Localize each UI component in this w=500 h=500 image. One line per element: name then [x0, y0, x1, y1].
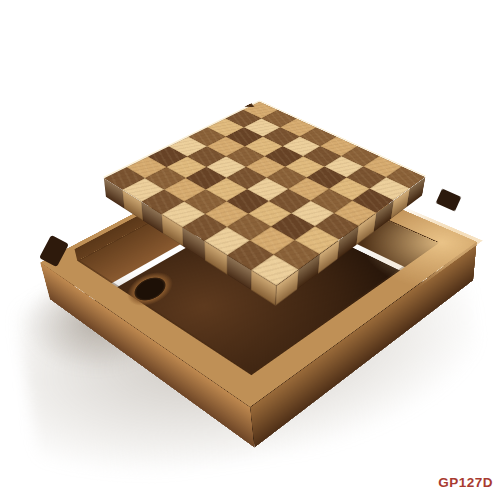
scene: GP127D — [0, 0, 500, 500]
box-board-gap — [436, 188, 462, 211]
product-code-label: GP127D — [438, 475, 493, 490]
